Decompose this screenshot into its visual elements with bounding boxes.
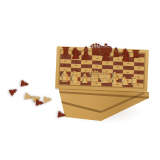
board-square <box>122 83 133 88</box>
board-square <box>80 81 91 86</box>
board-square <box>91 81 102 86</box>
loose-piece-white: ♟ <box>42 95 53 105</box>
board-square <box>101 82 112 87</box>
board-square <box>133 83 144 88</box>
board-square <box>59 80 70 85</box>
board-square <box>70 80 81 85</box>
loose-piece-black: ♟ <box>55 110 66 121</box>
loose-piece-black: ♟ <box>6 86 19 99</box>
loose-piece-black: ♟ <box>18 79 29 90</box>
chess-board-frame <box>55 46 149 92</box>
board-square <box>112 82 123 87</box>
chess-board <box>59 50 144 87</box>
chess-set-photo[interactable]: ♜♞♝♛♚♝♞♜♟♟♟♟♟♟♟♟♟♜♞♝♛♚♝♞♜ ♟♟♟♟♟♟♟ <box>0 0 160 160</box>
